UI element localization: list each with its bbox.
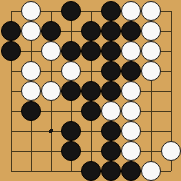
black-stone (101, 121, 121, 141)
intersection-8-2[interactable] (161, 41, 181, 61)
intersection-4-0[interactable] (81, 1, 101, 21)
black-stone (1, 41, 21, 61)
intersection-5-0[interactable] (101, 1, 121, 21)
intersection-6-4[interactable] (121, 81, 141, 101)
intersection-2-4[interactable] (41, 81, 61, 101)
intersection-8-8[interactable] (161, 161, 181, 181)
intersection-4-4[interactable] (81, 81, 101, 101)
black-stone (101, 61, 121, 81)
intersection-0-5[interactable] (1, 101, 21, 121)
intersection-5-3[interactable] (101, 61, 121, 81)
intersection-5-1[interactable] (101, 21, 121, 41)
intersection-0-1[interactable] (1, 21, 21, 41)
intersection-3-3[interactable] (61, 61, 81, 81)
intersection-4-8[interactable] (81, 161, 101, 181)
intersection-4-2[interactable] (81, 41, 101, 61)
intersection-8-1[interactable] (161, 21, 181, 41)
white-stone (141, 41, 161, 61)
black-stone (121, 61, 141, 81)
black-stone (81, 101, 101, 121)
intersection-1-7[interactable] (21, 141, 41, 161)
white-stone (121, 81, 141, 101)
black-stone (121, 161, 141, 181)
intersection-7-1[interactable] (141, 21, 161, 41)
intersection-7-7[interactable] (141, 141, 161, 161)
intersection-8-6[interactable] (161, 121, 181, 141)
intersection-0-0[interactable] (1, 1, 21, 21)
black-stone (81, 81, 101, 101)
white-stone (21, 81, 41, 101)
intersection-2-8[interactable] (41, 161, 61, 181)
intersection-5-2[interactable] (101, 41, 121, 61)
intersection-3-2[interactable] (61, 41, 81, 61)
intersection-8-3[interactable] (161, 61, 181, 81)
white-stone (21, 1, 41, 21)
intersection-2-5[interactable] (41, 101, 61, 121)
white-stone (101, 101, 121, 121)
white-stone (141, 21, 161, 41)
intersection-6-0[interactable] (121, 1, 141, 21)
intersection-8-4[interactable] (161, 81, 181, 101)
black-stone (1, 21, 21, 41)
intersection-1-5[interactable] (21, 101, 41, 121)
board-grid (1, 1, 181, 181)
intersection-6-8[interactable] (121, 161, 141, 181)
black-stone (101, 81, 121, 101)
intersection-6-5[interactable] (121, 101, 141, 121)
intersection-3-1[interactable] (61, 21, 81, 41)
intersection-8-0[interactable] (161, 1, 181, 21)
black-stone (101, 161, 121, 181)
intersection-4-5[interactable] (81, 101, 101, 121)
intersection-4-7[interactable] (81, 141, 101, 161)
intersection-4-3[interactable] (81, 61, 101, 81)
intersection-7-4[interactable] (141, 81, 161, 101)
intersection-5-4[interactable] (101, 81, 121, 101)
white-stone (41, 41, 61, 61)
black-stone (61, 121, 81, 141)
black-stone (61, 81, 81, 101)
intersection-6-1[interactable] (121, 21, 141, 41)
intersection-3-0[interactable] (61, 1, 81, 21)
intersection-5-8[interactable] (101, 161, 121, 181)
white-stone (121, 101, 141, 121)
black-stone (61, 1, 81, 21)
intersection-7-0[interactable] (141, 1, 161, 21)
intersection-1-2[interactable] (21, 41, 41, 61)
intersection-7-2[interactable] (141, 41, 161, 61)
black-stone (101, 141, 121, 161)
intersection-1-6[interactable] (21, 121, 41, 141)
white-stone (21, 61, 41, 81)
intersection-8-5[interactable] (161, 101, 181, 121)
intersection-0-4[interactable] (1, 81, 21, 101)
intersection-2-7[interactable] (41, 141, 61, 161)
intersection-8-7[interactable] (161, 141, 181, 161)
intersection-4-6[interactable] (81, 121, 101, 141)
intersection-1-3[interactable] (21, 61, 41, 81)
intersection-0-3[interactable] (1, 61, 21, 81)
intersection-7-5[interactable] (141, 101, 161, 121)
intersection-0-2[interactable] (1, 41, 21, 61)
black-stone (81, 161, 101, 181)
intersection-7-8[interactable] (141, 161, 161, 181)
intersection-1-0[interactable] (21, 1, 41, 21)
intersection-1-4[interactable] (21, 81, 41, 101)
intersection-2-2[interactable] (41, 41, 61, 61)
intersection-1-8[interactable] (21, 161, 41, 181)
intersection-2-1[interactable] (41, 21, 61, 41)
black-stone (121, 21, 141, 41)
white-stone (141, 161, 161, 181)
white-stone (121, 141, 141, 161)
intersection-5-5[interactable] (101, 101, 121, 121)
white-stone (121, 1, 141, 21)
black-stone (41, 21, 61, 41)
black-stone (81, 21, 101, 41)
intersection-2-3[interactable] (41, 61, 61, 81)
black-stone (61, 41, 81, 61)
intersection-0-8[interactable] (1, 161, 21, 181)
intersection-3-7[interactable] (61, 141, 81, 161)
intersection-6-2[interactable] (121, 41, 141, 61)
intersection-2-6[interactable] (41, 121, 61, 141)
intersection-2-0[interactable] (41, 1, 61, 21)
black-stone (101, 21, 121, 41)
intersection-7-6[interactable] (141, 121, 161, 141)
white-stone (121, 41, 141, 61)
black-stone (81, 41, 101, 61)
intersection-5-6[interactable] (101, 121, 121, 141)
black-stone (101, 41, 121, 61)
intersection-6-3[interactable] (121, 61, 141, 81)
intersection-3-4[interactable] (61, 81, 81, 101)
white-stone (41, 81, 61, 101)
intersection-3-5[interactable] (61, 101, 81, 121)
intersection-1-1[interactable] (21, 21, 41, 41)
black-stone (101, 1, 121, 21)
intersection-0-6[interactable] (1, 121, 21, 141)
go-board (0, 0, 181, 181)
intersection-0-7[interactable] (1, 141, 21, 161)
white-stone (121, 121, 141, 141)
intersection-6-7[interactable] (121, 141, 141, 161)
intersection-6-6[interactable] (121, 121, 141, 141)
white-stone (141, 61, 161, 81)
black-stone (21, 101, 41, 121)
white-stone (161, 141, 181, 161)
white-stone (141, 1, 161, 21)
black-stone (61, 141, 81, 161)
white-stone (21, 21, 41, 41)
intersection-3-8[interactable] (61, 161, 81, 181)
white-stone (61, 61, 81, 81)
intersection-3-6[interactable] (61, 121, 81, 141)
intersection-5-7[interactable] (101, 141, 121, 161)
intersection-4-1[interactable] (81, 21, 101, 41)
intersection-7-3[interactable] (141, 61, 161, 81)
